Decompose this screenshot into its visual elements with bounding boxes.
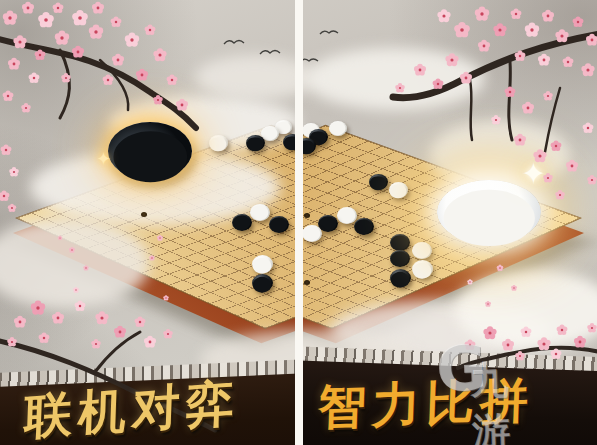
- panel-divider: [295, 0, 303, 445]
- caption-right: 智力比拼: [317, 368, 535, 440]
- promo-image: ●●●●●●●●●●●●●●●●●●●●●●●●●●● ✦ ✦: [0, 0, 597, 445]
